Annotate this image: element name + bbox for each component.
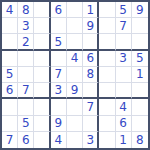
sudoku-cell-r3c9[interactable] bbox=[132, 34, 148, 50]
sudoku-cell-r4c3[interactable] bbox=[34, 51, 50, 67]
sudoku-cell-r6c7[interactable] bbox=[99, 83, 115, 99]
sudoku-cell-r9c7[interactable] bbox=[99, 132, 115, 148]
sudoku-cell-r8c3[interactable] bbox=[34, 116, 50, 132]
sudoku-cell-r6c1[interactable]: 6 bbox=[2, 83, 18, 99]
sudoku-cell-r5c2[interactable] bbox=[18, 67, 34, 83]
sudoku-cell-r7c7[interactable] bbox=[99, 99, 115, 115]
sudoku-cell-r9c8[interactable]: 1 bbox=[116, 132, 132, 148]
sudoku-cell-r7c8[interactable]: 4 bbox=[116, 99, 132, 115]
sudoku-cell-r4c6[interactable]: 6 bbox=[83, 51, 99, 67]
sudoku-cell-r1c3[interactable] bbox=[34, 2, 50, 18]
sudoku-cell-r6c6[interactable] bbox=[83, 83, 99, 99]
sudoku-cell-r6c8[interactable] bbox=[116, 83, 132, 99]
sudoku-cell-r6c3[interactable] bbox=[34, 83, 50, 99]
sudoku-cell-r2c5[interactable] bbox=[67, 18, 83, 34]
sudoku-cell-r3c1[interactable] bbox=[2, 34, 18, 50]
sudoku-cell-r7c9[interactable] bbox=[132, 99, 148, 115]
sudoku-cell-r4c2[interactable] bbox=[18, 51, 34, 67]
sudoku-cell-r8c4[interactable]: 9 bbox=[51, 116, 67, 132]
sudoku-cell-r8c1[interactable] bbox=[2, 116, 18, 132]
sudoku-cell-r1c6[interactable]: 1 bbox=[83, 2, 99, 18]
sudoku-cell-r4c5[interactable]: 4 bbox=[67, 51, 83, 67]
sudoku-cell-r9c4[interactable]: 4 bbox=[51, 132, 67, 148]
sudoku-cell-r9c2[interactable]: 6 bbox=[18, 132, 34, 148]
sudoku-board: 4861593972546355781673974596764318 bbox=[0, 0, 150, 150]
sudoku-cell-r8c2[interactable]: 5 bbox=[18, 116, 34, 132]
sudoku-cell-r2c9[interactable] bbox=[132, 18, 148, 34]
sudoku-cell-r4c8[interactable]: 3 bbox=[116, 51, 132, 67]
sudoku-cell-r3c2[interactable]: 2 bbox=[18, 34, 34, 50]
sudoku-cell-r3c8[interactable] bbox=[116, 34, 132, 50]
sudoku-cell-r7c4[interactable] bbox=[51, 99, 67, 115]
sudoku-cell-r7c2[interactable] bbox=[18, 99, 34, 115]
sudoku-cell-r6c4[interactable]: 3 bbox=[51, 83, 67, 99]
sudoku-cell-r5c7[interactable] bbox=[99, 67, 115, 83]
sudoku-cell-r9c1[interactable]: 7 bbox=[2, 132, 18, 148]
sudoku-cell-r4c7[interactable] bbox=[99, 51, 115, 67]
sudoku-cell-r9c6[interactable]: 3 bbox=[83, 132, 99, 148]
sudoku-cell-r8c9[interactable] bbox=[132, 116, 148, 132]
sudoku-cell-r5c3[interactable] bbox=[34, 67, 50, 83]
sudoku-cell-r7c5[interactable] bbox=[67, 99, 83, 115]
sudoku-cell-r5c9[interactable]: 1 bbox=[132, 67, 148, 83]
sudoku-cell-r5c5[interactable] bbox=[67, 67, 83, 83]
sudoku-cell-r7c1[interactable] bbox=[2, 99, 18, 115]
sudoku-cell-r2c2[interactable]: 3 bbox=[18, 18, 34, 34]
sudoku-cell-r8c5[interactable] bbox=[67, 116, 83, 132]
sudoku-cell-r2c1[interactable] bbox=[2, 18, 18, 34]
sudoku-cell-r4c9[interactable]: 5 bbox=[132, 51, 148, 67]
sudoku-cell-r8c6[interactable] bbox=[83, 116, 99, 132]
sudoku-cell-r6c9[interactable] bbox=[132, 83, 148, 99]
sudoku-cell-r4c4[interactable] bbox=[51, 51, 67, 67]
sudoku-cell-r2c3[interactable] bbox=[34, 18, 50, 34]
sudoku-cell-r3c7[interactable] bbox=[99, 34, 115, 50]
sudoku-cell-r1c2[interactable]: 8 bbox=[18, 2, 34, 18]
sudoku-cell-r8c7[interactable] bbox=[99, 116, 115, 132]
sudoku-cell-r7c6[interactable]: 7 bbox=[83, 99, 99, 115]
sudoku-cell-r1c4[interactable]: 6 bbox=[51, 2, 67, 18]
sudoku-cell-r5c6[interactable]: 8 bbox=[83, 67, 99, 83]
sudoku-cell-r9c3[interactable] bbox=[34, 132, 50, 148]
sudoku-cell-r1c1[interactable]: 4 bbox=[2, 2, 18, 18]
sudoku-cell-r2c7[interactable] bbox=[99, 18, 115, 34]
sudoku-cell-r1c7[interactable] bbox=[99, 2, 115, 18]
sudoku-cell-r1c5[interactable] bbox=[67, 2, 83, 18]
sudoku-cell-r5c1[interactable]: 5 bbox=[2, 67, 18, 83]
sudoku-cell-r3c5[interactable] bbox=[67, 34, 83, 50]
sudoku-cell-r5c8[interactable] bbox=[116, 67, 132, 83]
sudoku-cell-r1c8[interactable]: 5 bbox=[116, 2, 132, 18]
sudoku-cell-r6c5[interactable]: 9 bbox=[67, 83, 83, 99]
sudoku-cell-r3c6[interactable] bbox=[83, 34, 99, 50]
sudoku-cell-r5c4[interactable]: 7 bbox=[51, 67, 67, 83]
sudoku-cell-r2c4[interactable] bbox=[51, 18, 67, 34]
sudoku-cell-r3c4[interactable]: 5 bbox=[51, 34, 67, 50]
sudoku-cell-r2c6[interactable]: 9 bbox=[83, 18, 99, 34]
sudoku-cell-r2c8[interactable]: 7 bbox=[116, 18, 132, 34]
sudoku-cell-r1c9[interactable]: 9 bbox=[132, 2, 148, 18]
sudoku-cell-r9c5[interactable] bbox=[67, 132, 83, 148]
sudoku-cell-r7c3[interactable] bbox=[34, 99, 50, 115]
sudoku-cell-r8c8[interactable]: 6 bbox=[116, 116, 132, 132]
sudoku-cell-r3c3[interactable] bbox=[34, 34, 50, 50]
sudoku-cell-r4c1[interactable] bbox=[2, 51, 18, 67]
sudoku-cell-r9c9[interactable]: 8 bbox=[132, 132, 148, 148]
sudoku-cell-r6c2[interactable]: 7 bbox=[18, 83, 34, 99]
